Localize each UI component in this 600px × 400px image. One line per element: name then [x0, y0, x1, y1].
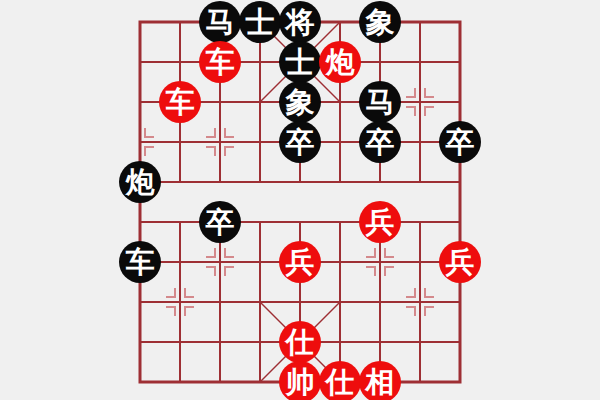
- piece-black-soldier[interactable]: 卒: [359, 121, 401, 163]
- piece-red-advisor[interactable]: 仕: [319, 361, 361, 400]
- piece-black-advisor[interactable]: 士: [239, 1, 281, 43]
- piece-black-general[interactable]: 将: [279, 1, 321, 43]
- piece-red-soldier[interactable]: 兵: [439, 241, 481, 283]
- piece-black-cannon[interactable]: 炮: [119, 161, 161, 203]
- piece-red-soldier[interactable]: 兵: [359, 201, 401, 243]
- piece-grid[interactable]: 马士将象车士炮车象马卒卒卒炮卒兵车兵兵仕帅仕相: [120, 2, 480, 400]
- piece-black-soldier[interactable]: 卒: [439, 121, 481, 163]
- piece-red-general[interactable]: 帅: [279, 361, 321, 400]
- piece-red-cannon[interactable]: 炮: [319, 41, 361, 83]
- xiangqi-board: 马士将象车士炮车象马卒卒卒炮卒兵车兵兵仕帅仕相: [0, 0, 600, 400]
- piece-black-chariot[interactable]: 车: [119, 241, 161, 283]
- piece-red-advisor[interactable]: 仕: [279, 321, 321, 363]
- piece-red-chariot[interactable]: 车: [199, 41, 241, 83]
- piece-black-elephant[interactable]: 象: [279, 81, 321, 123]
- piece-red-elephant[interactable]: 相: [359, 361, 401, 400]
- piece-black-soldier[interactable]: 卒: [199, 201, 241, 243]
- piece-black-horse[interactable]: 马: [359, 81, 401, 123]
- piece-black-elephant[interactable]: 象: [359, 1, 401, 43]
- piece-red-chariot[interactable]: 车: [159, 81, 201, 123]
- piece-red-soldier[interactable]: 兵: [279, 241, 321, 283]
- piece-black-advisor[interactable]: 士: [279, 41, 321, 83]
- piece-black-soldier[interactable]: 卒: [279, 121, 321, 163]
- piece-black-horse[interactable]: 马: [199, 1, 241, 43]
